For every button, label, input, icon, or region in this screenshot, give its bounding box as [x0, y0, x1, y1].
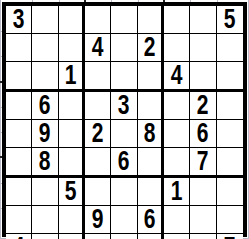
- given-digit: 6: [197, 120, 209, 147]
- cell-r6c9[interactable]: [217, 148, 243, 178]
- given-digit: 2: [197, 92, 209, 119]
- cell-r3c8[interactable]: [190, 62, 216, 92]
- cell-r9c6[interactable]: [138, 234, 164, 239]
- cell-r6c5: 6: [111, 148, 137, 178]
- cell-r9c4[interactable]: [85, 234, 111, 239]
- given-digit: 8: [39, 148, 51, 175]
- cell-r8c6: 6: [138, 206, 164, 234]
- cell-r2c9[interactable]: [217, 34, 243, 62]
- cell-r2c1[interactable]: [6, 34, 32, 62]
- cell-r1c3[interactable]: [59, 6, 85, 34]
- cell-r1c6[interactable]: [138, 6, 164, 34]
- sheet-gridline-left: [0, 0, 1, 239]
- cell-r8c2[interactable]: [32, 206, 58, 234]
- cell-r3c2[interactable]: [32, 62, 58, 92]
- given-digit: 1: [171, 178, 183, 205]
- given-digit: 3: [118, 92, 130, 119]
- cell-r5c1[interactable]: [6, 120, 32, 148]
- cell-r9c3[interactable]: [59, 234, 85, 239]
- cell-r2c7[interactable]: [164, 34, 190, 62]
- cell-r7c8[interactable]: [190, 178, 216, 206]
- given-digit: 5: [224, 6, 236, 33]
- given-digit: 2: [92, 120, 104, 147]
- given-digit: 9: [39, 120, 51, 147]
- cell-r4c6[interactable]: [138, 92, 164, 120]
- cell-r9c9: 7: [217, 234, 243, 239]
- cell-r5c8: 6: [190, 120, 216, 148]
- cell-r7c7: 1: [164, 178, 190, 206]
- given-digit: 4: [171, 62, 183, 89]
- given-digit: 7: [224, 234, 236, 239]
- sudoku-board: 3542146329286867519647: [2, 2, 247, 237]
- cell-r5c2: 9: [32, 120, 58, 148]
- cell-r4c8: 2: [190, 92, 216, 120]
- given-digit: 1: [64, 62, 76, 89]
- cell-r3c1[interactable]: [6, 62, 32, 92]
- cell-r3c9[interactable]: [217, 62, 243, 92]
- cell-r2c6: 2: [138, 34, 164, 62]
- cell-r9c2[interactable]: [32, 234, 58, 239]
- given-digit: 4: [13, 234, 25, 239]
- cell-r6c6[interactable]: [138, 148, 164, 178]
- cell-r4c1[interactable]: [6, 92, 32, 120]
- cell-r2c5[interactable]: [111, 34, 137, 62]
- cell-r5c9[interactable]: [217, 120, 243, 148]
- given-digit: 7: [197, 148, 209, 175]
- cell-r6c1[interactable]: [6, 148, 32, 178]
- cell-r8c4: 9: [85, 206, 111, 234]
- cell-r6c2: 8: [32, 148, 58, 178]
- cell-r6c8: 7: [190, 148, 216, 178]
- cell-r1c2[interactable]: [32, 6, 58, 34]
- cell-r8c7[interactable]: [164, 206, 190, 234]
- given-digit: 2: [143, 34, 155, 61]
- cell-r8c9[interactable]: [217, 206, 243, 234]
- cell-r4c2: 6: [32, 92, 58, 120]
- cell-r7c9[interactable]: [217, 178, 243, 206]
- cell-r5c7[interactable]: [164, 120, 190, 148]
- given-digit: 8: [143, 120, 155, 147]
- cell-r8c5[interactable]: [111, 206, 137, 234]
- cell-r2c8[interactable]: [190, 34, 216, 62]
- given-digit: 6: [39, 92, 51, 119]
- cell-r7c3: 5: [59, 178, 85, 206]
- cell-r4c9[interactable]: [217, 92, 243, 120]
- sheet-gridline-right: [248, 0, 249, 239]
- cell-r7c1[interactable]: [6, 178, 32, 206]
- cell-r8c8[interactable]: [190, 206, 216, 234]
- cell-r2c4: 4: [85, 34, 111, 62]
- cell-r9c7[interactable]: [164, 234, 190, 239]
- cell-r3c3: 1: [59, 62, 85, 92]
- cell-r4c3[interactable]: [59, 92, 85, 120]
- cell-r7c5[interactable]: [111, 178, 137, 206]
- cell-r8c3[interactable]: [59, 206, 85, 234]
- given-digit: 6: [118, 148, 130, 175]
- cell-r1c5[interactable]: [111, 6, 137, 34]
- cell-r6c3[interactable]: [59, 148, 85, 178]
- cell-r9c5[interactable]: [111, 234, 137, 239]
- cell-r1c8[interactable]: [190, 6, 216, 34]
- cell-r3c5[interactable]: [111, 62, 137, 92]
- given-digit: 6: [143, 206, 155, 233]
- cell-r9c8[interactable]: [190, 234, 216, 239]
- given-digit: 9: [92, 206, 104, 233]
- cell-r3c4[interactable]: [85, 62, 111, 92]
- cell-r2c3[interactable]: [59, 34, 85, 62]
- cell-r1c7[interactable]: [164, 6, 190, 34]
- cell-r6c4[interactable]: [85, 148, 111, 178]
- cell-r5c6: 8: [138, 120, 164, 148]
- cell-r8c1[interactable]: [6, 206, 32, 234]
- sudoku-screenshot: 3542146329286867519647: [0, 0, 249, 239]
- cell-r2c2[interactable]: [32, 34, 58, 62]
- cell-r9c1: 4: [6, 234, 32, 239]
- cell-r3c7: 4: [164, 62, 190, 92]
- cell-r1c1: 3: [6, 6, 32, 34]
- cell-r5c5[interactable]: [111, 120, 137, 148]
- cell-r5c4: 2: [85, 120, 111, 148]
- cell-r5c3[interactable]: [59, 120, 85, 148]
- cell-r4c4[interactable]: [85, 92, 111, 120]
- given-digit: 3: [13, 6, 25, 33]
- cell-r7c6[interactable]: [138, 178, 164, 206]
- given-digit: 4: [92, 34, 104, 61]
- cell-r4c7[interactable]: [164, 92, 190, 120]
- cell-r4c5: 3: [111, 92, 137, 120]
- cell-r7c4[interactable]: [85, 178, 111, 206]
- cell-r7c2[interactable]: [32, 178, 58, 206]
- cell-r3c6[interactable]: [138, 62, 164, 92]
- given-digit: 5: [64, 178, 76, 205]
- cell-r6c7[interactable]: [164, 148, 190, 178]
- cell-r1c4[interactable]: [85, 6, 111, 34]
- cell-r1c9: 5: [217, 6, 243, 34]
